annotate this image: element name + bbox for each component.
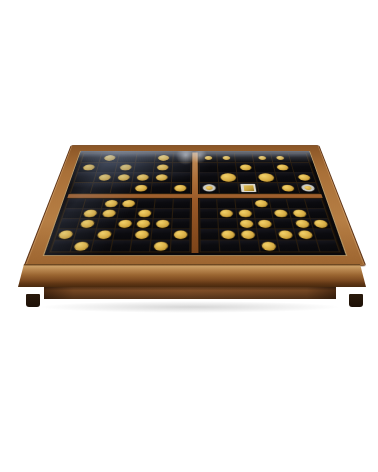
tray-cell <box>111 240 131 251</box>
tray-cell <box>172 219 190 229</box>
tray-cell <box>275 172 296 182</box>
tray-bottom-right <box>198 198 342 253</box>
gold-coin-piece <box>98 174 111 180</box>
gold-coin-piece <box>313 219 328 227</box>
tray-cell <box>66 199 85 208</box>
gold-coin-piece <box>155 219 169 227</box>
tray-cell <box>113 172 133 182</box>
gold-coin-piece <box>58 230 74 238</box>
gold-coin-piece <box>118 219 132 227</box>
tray-cell <box>219 229 238 239</box>
gold-coin-piece <box>97 230 112 238</box>
encapsulated-coin-piece <box>203 184 216 191</box>
tray-cell <box>201 240 220 251</box>
gold-coin-piece <box>258 156 266 160</box>
tray-cell <box>155 153 173 162</box>
gold-coin-piece <box>175 185 187 192</box>
product-photo <box>0 0 378 472</box>
tray-cell <box>116 163 136 172</box>
gold-coin-piece <box>261 241 276 250</box>
tray-cell <box>255 219 274 229</box>
gold-coin-piece <box>222 230 236 238</box>
gold-coin-piece <box>240 164 252 170</box>
tray-cell <box>151 240 170 251</box>
tray-cell <box>253 153 272 162</box>
tray-cell <box>155 199 172 208</box>
gold-coin-piece <box>137 174 149 180</box>
left-foot <box>26 294 40 307</box>
tray-cell <box>113 229 133 239</box>
tray-cell <box>131 240 151 251</box>
tray-cell <box>257 229 277 239</box>
tray-cell <box>290 208 310 217</box>
tray-cell <box>171 240 190 251</box>
tray-cell <box>217 153 235 162</box>
tray-cell <box>255 163 275 172</box>
tray-cell <box>200 172 219 182</box>
gold-coin-piece <box>156 174 168 180</box>
gold-coin-piece <box>153 241 167 250</box>
gold-coin-piece <box>103 155 115 161</box>
tray-cell <box>173 153 191 162</box>
gold-coin-piece <box>220 173 236 181</box>
gold-coin-piece <box>80 219 95 227</box>
tray-cell <box>81 208 101 217</box>
tray-cell <box>78 163 99 172</box>
tray-cell <box>63 208 83 217</box>
tray-cell <box>297 183 319 193</box>
tray-cell <box>59 219 80 229</box>
gold-coin-piece <box>122 200 136 207</box>
gold-coin-piece <box>82 164 95 170</box>
encapsulated-coin-piece <box>300 184 315 191</box>
coin-core <box>304 186 312 190</box>
tray-cell <box>295 229 316 239</box>
tray-cell <box>171 183 190 193</box>
tray-cell <box>200 219 218 229</box>
tray-cell <box>237 172 257 182</box>
tray-cell <box>81 153 101 162</box>
tray-cell <box>173 199 190 208</box>
tray-cell <box>313 229 334 239</box>
tray-cell <box>238 229 257 239</box>
tray-cell <box>119 199 137 208</box>
tray-cell <box>219 172 238 182</box>
tray-cell <box>154 208 172 217</box>
coin-display-case <box>0 0 378 472</box>
tray-cell <box>289 153 309 162</box>
tray-cell <box>97 163 117 172</box>
gold-coin-piece <box>220 209 233 217</box>
gold-coin-piece <box>117 174 130 180</box>
tray-cell <box>274 219 294 229</box>
tray-cell <box>131 183 151 193</box>
tray-cell <box>254 208 273 217</box>
tray-top-left <box>69 152 193 194</box>
tray-cell <box>137 199 155 208</box>
gold-coin-piece <box>239 219 253 227</box>
tray-cell <box>78 219 98 229</box>
tray-cell <box>84 199 103 208</box>
gold-coin-piece <box>274 209 288 217</box>
gold-coin-piece <box>298 174 311 180</box>
gold-coin-piece <box>74 241 90 250</box>
tray-cell <box>152 229 171 239</box>
gold-coin-piece <box>138 209 152 217</box>
glass-panel <box>43 151 348 256</box>
gold-coin-piece <box>281 185 294 192</box>
tray-cell <box>153 219 171 229</box>
gold-coin-piece <box>120 164 132 170</box>
base-plinth <box>44 285 336 299</box>
gold-coin-piece <box>258 173 275 181</box>
gold-coin-piece <box>135 230 149 238</box>
tray-cell <box>317 240 339 251</box>
tray-cell <box>271 153 290 162</box>
tray-cell <box>294 172 315 182</box>
tray-cell <box>258 183 279 193</box>
tray-cell <box>97 219 117 229</box>
tray-cell <box>100 153 119 162</box>
tray-cell <box>118 208 137 217</box>
coin-core <box>243 185 254 190</box>
tray-cell <box>94 229 114 239</box>
case-shadow <box>38 301 342 313</box>
gold-coin-piece <box>135 185 148 192</box>
gold-plaque-piece <box>241 184 257 192</box>
tray-cell <box>133 172 153 182</box>
tray-cell <box>218 163 237 172</box>
tray-cell <box>99 208 118 217</box>
tray-cell <box>71 240 92 251</box>
tray-cell <box>94 172 115 182</box>
tray-cell <box>276 229 296 239</box>
tray-cell <box>252 199 270 208</box>
tray-cell <box>200 208 217 217</box>
tray-cell <box>239 240 259 251</box>
gold-coin-piece <box>238 209 252 217</box>
gold-coin-piece <box>258 219 272 227</box>
tray-cell <box>75 229 96 239</box>
tray-cell <box>135 163 154 172</box>
tray-cell <box>305 199 324 208</box>
tray-cell <box>307 208 327 217</box>
tray-cell <box>102 199 121 208</box>
tray-cell <box>273 163 293 172</box>
tray-cell <box>235 199 253 208</box>
tray-cell <box>292 219 312 229</box>
tray-cell <box>200 163 218 172</box>
tray-cell <box>270 199 289 208</box>
tray-cell <box>291 163 312 172</box>
tray-cell <box>218 208 236 217</box>
tray-cell <box>71 183 93 193</box>
gold-coin-piece <box>174 230 188 238</box>
tray-cell <box>55 229 76 239</box>
tray-cell <box>151 183 171 193</box>
tray-cell <box>154 163 173 172</box>
gold-coin-piece <box>255 200 268 207</box>
tray-cell <box>111 183 132 193</box>
tray-cell <box>278 240 299 251</box>
tray-cell <box>75 172 96 182</box>
tray-cell <box>115 219 134 229</box>
gold-coin-piece <box>102 209 116 217</box>
gold-coin-piece <box>83 209 98 217</box>
tray-cell <box>310 219 331 229</box>
tray-cell <box>236 208 254 217</box>
tray-cell <box>136 153 154 162</box>
tray-cell <box>136 208 154 217</box>
tray-cell <box>200 199 217 208</box>
tray-cell <box>199 153 217 162</box>
tray-cell <box>237 219 256 229</box>
tray-cell <box>172 208 189 217</box>
tray-cell <box>220 240 239 251</box>
tray-cell <box>171 229 189 239</box>
tray-cell <box>287 199 306 208</box>
gold-coin-piece <box>276 156 284 160</box>
tray-bottom-left <box>48 198 192 253</box>
tray-grid <box>48 152 341 252</box>
tray-cell <box>272 208 291 217</box>
gold-coin-piece <box>137 219 151 227</box>
tray-cell <box>297 240 318 251</box>
tray-cell <box>152 172 171 182</box>
tray-cell <box>200 183 219 193</box>
gold-coin-piece <box>158 155 169 161</box>
tray-cell <box>133 229 152 239</box>
front-molding <box>18 264 366 287</box>
gold-coin-piece <box>204 156 211 160</box>
tray-cell <box>256 172 276 182</box>
gold-coin-piece <box>222 156 230 160</box>
right-foot <box>349 294 363 307</box>
tray-cell <box>217 199 234 208</box>
gold-coin-piece <box>295 219 310 227</box>
gold-coin-piece <box>297 230 313 238</box>
tray-cell <box>172 163 190 172</box>
tray-cell <box>134 219 153 229</box>
tray-cell <box>219 183 239 193</box>
gold-coin-piece <box>241 230 255 238</box>
gold-coin-piece <box>278 230 293 238</box>
gold-coin-piece <box>104 200 118 207</box>
tray-cell <box>219 219 237 229</box>
gold-coin-piece <box>292 209 307 217</box>
tray-cell <box>200 229 218 239</box>
gold-coin-piece <box>277 164 290 170</box>
glass-top-frame <box>24 145 367 266</box>
tray-top-right <box>198 152 322 194</box>
tray-cell <box>172 172 191 182</box>
tray-cell <box>278 183 299 193</box>
coin-core <box>206 186 213 190</box>
gold-coin-piece <box>157 164 169 170</box>
tray-cell <box>91 240 112 251</box>
tray-cell <box>259 240 279 251</box>
tray-cell <box>235 153 253 162</box>
tray-cell <box>91 183 112 193</box>
tray-cell <box>51 240 73 251</box>
tray-cell <box>239 183 259 193</box>
tray-cell <box>236 163 255 172</box>
tray-cell <box>118 153 137 162</box>
